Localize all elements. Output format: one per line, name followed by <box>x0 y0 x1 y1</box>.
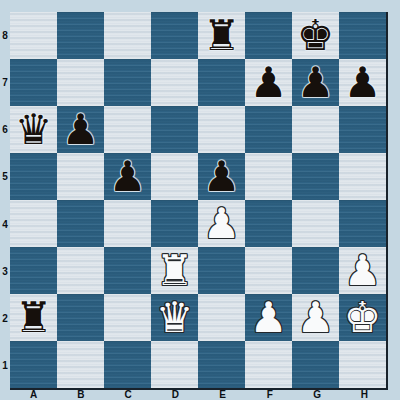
file-label-c: C <box>105 389 152 400</box>
square-g1[interactable] <box>292 341 339 388</box>
file-labels: A B C D E F G H <box>10 389 388 400</box>
square-g5[interactable] <box>292 153 339 200</box>
square-h3[interactable]: ♟ <box>339 247 386 294</box>
rank-label-4: 4 <box>0 201 10 248</box>
black-pawn-g7[interactable]: ♟ <box>297 59 335 106</box>
square-d3[interactable]: ♜ <box>151 247 198 294</box>
square-f7[interactable]: ♟ <box>245 59 292 106</box>
square-d6[interactable] <box>151 106 198 153</box>
square-f3[interactable] <box>245 247 292 294</box>
square-g6[interactable] <box>292 106 339 153</box>
file-label-b: B <box>57 389 104 400</box>
square-c6[interactable] <box>104 106 151 153</box>
square-g3[interactable] <box>292 247 339 294</box>
square-a2[interactable]: ♜ <box>10 294 57 341</box>
chessboard[interactable]: ♜♚♟♟♟♛♟♟♟♟♜♟♜♛♟♟♚ <box>10 12 388 390</box>
white-rook-d3[interactable]: ♜ <box>156 247 194 294</box>
square-h1[interactable] <box>339 341 386 388</box>
black-king-g8[interactable]: ♚ <box>297 12 335 59</box>
square-e3[interactable] <box>198 247 245 294</box>
rank-labels: 8 7 6 5 4 3 2 1 <box>0 12 10 390</box>
square-b4[interactable] <box>57 200 104 247</box>
file-label-g: G <box>294 389 341 400</box>
square-e5[interactable]: ♟ <box>198 153 245 200</box>
square-h5[interactable] <box>339 153 386 200</box>
square-d2[interactable]: ♛ <box>151 294 198 341</box>
black-pawn-f7[interactable]: ♟ <box>250 59 288 106</box>
square-c3[interactable] <box>104 247 151 294</box>
square-b3[interactable] <box>57 247 104 294</box>
black-pawn-e5[interactable]: ♟ <box>203 153 241 200</box>
square-f4[interactable] <box>245 200 292 247</box>
square-d1[interactable] <box>151 341 198 388</box>
square-c7[interactable] <box>104 59 151 106</box>
square-a7[interactable] <box>10 59 57 106</box>
square-e7[interactable] <box>198 59 245 106</box>
square-e2[interactable] <box>198 294 245 341</box>
rank-label-3: 3 <box>0 248 10 295</box>
file-label-h: H <box>341 389 388 400</box>
white-pawn-g2[interactable]: ♟ <box>297 294 335 341</box>
square-g4[interactable] <box>292 200 339 247</box>
square-f5[interactable] <box>245 153 292 200</box>
file-label-f: F <box>246 389 293 400</box>
square-f8[interactable] <box>245 12 292 59</box>
square-e8[interactable]: ♜ <box>198 12 245 59</box>
rank-label-7: 7 <box>0 59 10 106</box>
rank-label-2: 2 <box>0 296 10 343</box>
square-c5[interactable]: ♟ <box>104 153 151 200</box>
square-g8[interactable]: ♚ <box>292 12 339 59</box>
square-f6[interactable] <box>245 106 292 153</box>
square-d8[interactable] <box>151 12 198 59</box>
square-h2[interactable]: ♚ <box>339 294 386 341</box>
square-c2[interactable] <box>104 294 151 341</box>
square-a1[interactable] <box>10 341 57 388</box>
square-b8[interactable] <box>57 12 104 59</box>
square-d4[interactable] <box>151 200 198 247</box>
square-d5[interactable] <box>151 153 198 200</box>
square-g2[interactable]: ♟ <box>292 294 339 341</box>
square-f2[interactable]: ♟ <box>245 294 292 341</box>
square-g7[interactable]: ♟ <box>292 59 339 106</box>
white-king-h2[interactable]: ♚ <box>344 294 382 341</box>
square-b2[interactable] <box>57 294 104 341</box>
square-e6[interactable] <box>198 106 245 153</box>
white-queen-d2[interactable]: ♛ <box>156 294 194 341</box>
square-h6[interactable] <box>339 106 386 153</box>
square-d7[interactable] <box>151 59 198 106</box>
square-b1[interactable] <box>57 341 104 388</box>
black-rook-e8[interactable]: ♜ <box>203 12 241 59</box>
black-pawn-c5[interactable]: ♟ <box>109 153 147 200</box>
black-rook-a2[interactable]: ♜ <box>15 294 53 341</box>
square-h7[interactable]: ♟ <box>339 59 386 106</box>
black-pawn-h7[interactable]: ♟ <box>344 59 382 106</box>
file-label-e: E <box>199 389 246 400</box>
square-a8[interactable] <box>10 12 57 59</box>
rank-label-6: 6 <box>0 107 10 154</box>
square-h4[interactable] <box>339 200 386 247</box>
square-a3[interactable] <box>10 247 57 294</box>
white-pawn-e4[interactable]: ♟ <box>203 200 241 247</box>
white-pawn-f2[interactable]: ♟ <box>250 294 288 341</box>
square-b7[interactable] <box>57 59 104 106</box>
file-label-d: D <box>152 389 199 400</box>
square-e4[interactable]: ♟ <box>198 200 245 247</box>
white-pawn-h3[interactable]: ♟ <box>344 247 382 294</box>
square-b6[interactable]: ♟ <box>57 106 104 153</box>
black-queen-a6[interactable]: ♛ <box>15 106 53 153</box>
square-b5[interactable] <box>57 153 104 200</box>
black-pawn-b6[interactable]: ♟ <box>62 106 100 153</box>
rank-label-1: 1 <box>0 343 10 390</box>
square-f1[interactable] <box>245 341 292 388</box>
square-a5[interactable] <box>10 153 57 200</box>
square-c4[interactable] <box>104 200 151 247</box>
rank-label-5: 5 <box>0 154 10 201</box>
square-c1[interactable] <box>104 341 151 388</box>
square-a6[interactable]: ♛ <box>10 106 57 153</box>
square-a4[interactable] <box>10 200 57 247</box>
rank-label-8: 8 <box>0 12 10 59</box>
square-e1[interactable] <box>198 341 245 388</box>
file-label-a: A <box>10 389 57 400</box>
chess-diagram: 8 7 6 5 4 3 2 1 ♜♚♟♟♟♛♟♟♟♟♜♟♜♛♟♟♚ A B C … <box>0 0 400 400</box>
square-h8[interactable] <box>339 12 386 59</box>
square-c8[interactable] <box>104 12 151 59</box>
